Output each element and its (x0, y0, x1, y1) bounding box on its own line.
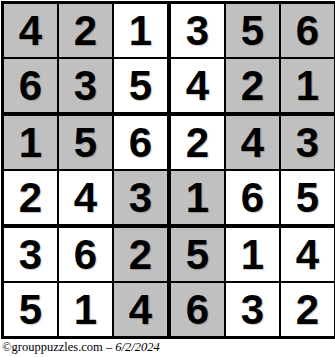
cell-r2c6[interactable]: 1 (281, 59, 334, 116)
cell-r1c1[interactable]: 4 (4, 4, 59, 59)
cell-r4c4[interactable]: 1 (171, 171, 226, 228)
copyright-line: ©grouppuzzles.com – 6/2/2024 (2, 340, 160, 355)
cell-r6c6[interactable]: 2 (281, 283, 334, 336)
cell-r6c2[interactable]: 1 (59, 283, 114, 336)
cell-r3c6[interactable]: 3 (281, 116, 334, 171)
cell-r6c4[interactable]: 6 (171, 283, 226, 336)
cell-r2c5[interactable]: 2 (226, 59, 281, 116)
cell-r2c4[interactable]: 4 (171, 59, 226, 116)
cell-r2c3[interactable]: 5 (114, 59, 171, 116)
cell-r4c1[interactable]: 2 (4, 171, 59, 228)
cell-r6c5[interactable]: 3 (226, 283, 281, 336)
cell-r5c3[interactable]: 2 (114, 228, 171, 283)
cell-r1c5[interactable]: 5 (226, 4, 281, 59)
cell-r4c6[interactable]: 5 (281, 171, 334, 228)
cell-r3c2[interactable]: 5 (59, 116, 114, 171)
cell-r1c3[interactable]: 1 (114, 4, 171, 59)
sudoku-board: 421356635421156243243165362514514632 (1, 1, 335, 339)
cell-r5c5[interactable]: 1 (226, 228, 281, 283)
cell-r5c6[interactable]: 4 (281, 228, 334, 283)
cell-r3c4[interactable]: 2 (171, 116, 226, 171)
cell-r6c1[interactable]: 5 (4, 283, 59, 336)
cell-r5c2[interactable]: 6 (59, 228, 114, 283)
cell-r4c3[interactable]: 3 (114, 171, 171, 228)
cell-r6c3[interactable]: 4 (114, 283, 171, 336)
cell-r1c6[interactable]: 6 (281, 4, 334, 59)
separator-dash: – (106, 340, 112, 354)
cell-r4c5[interactable]: 6 (226, 171, 281, 228)
cell-r2c1[interactable]: 6 (4, 59, 59, 116)
cell-r3c3[interactable]: 6 (114, 116, 171, 171)
sudoku-page: 421356635421156243243165362514514632 ©gr… (0, 0, 335, 357)
puzzle-date: 6/2/2024 (115, 340, 159, 354)
cell-r2c2[interactable]: 3 (59, 59, 114, 116)
cell-r4c2[interactable]: 4 (59, 171, 114, 228)
cell-r5c1[interactable]: 3 (4, 228, 59, 283)
cell-r5c4[interactable]: 5 (171, 228, 226, 283)
cell-r1c2[interactable]: 2 (59, 4, 114, 59)
cell-r3c1[interactable]: 1 (4, 116, 59, 171)
copyright-text: ©grouppuzzles.com (2, 340, 103, 354)
cell-r1c4[interactable]: 3 (171, 4, 226, 59)
cell-r3c5[interactable]: 4 (226, 116, 281, 171)
